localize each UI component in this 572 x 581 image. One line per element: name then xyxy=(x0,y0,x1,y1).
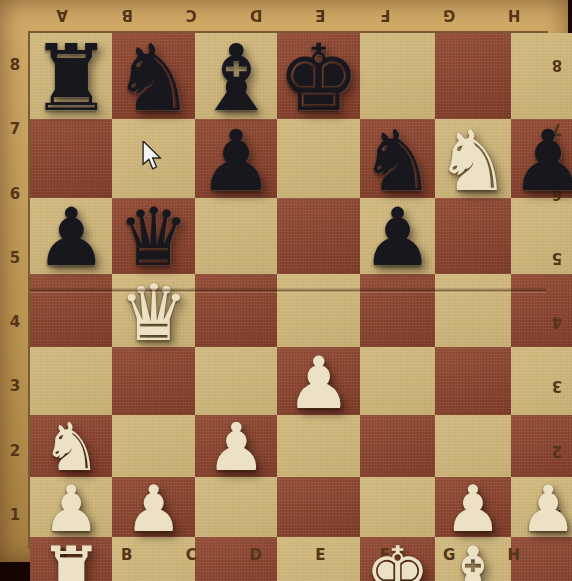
black-rook-a8: ♜ xyxy=(30,33,112,125)
white-pawn-d4: ♟ xyxy=(286,347,351,419)
rank-label-left-1: 1 xyxy=(2,483,28,547)
square-f8[interactable] xyxy=(435,33,510,119)
square-b6[interactable]: ♛ xyxy=(112,198,194,273)
rank-label-right-6: 6 xyxy=(546,162,568,226)
rank-label-left-2: 2 xyxy=(2,419,28,483)
rank-label-left-3: 3 xyxy=(2,354,28,418)
square-e8[interactable] xyxy=(360,33,435,119)
square-c4[interactable] xyxy=(195,347,277,415)
square-f6[interactable] xyxy=(435,198,510,273)
rank-label-right-2: 2 xyxy=(546,419,568,483)
white-knight-a3: ♞ xyxy=(42,415,101,481)
rank-labels-right: 87654321 xyxy=(546,33,568,547)
square-f2[interactable]: ♟ xyxy=(435,477,510,537)
file-label-top-a: A xyxy=(30,6,95,24)
file-label-bottom-e: E xyxy=(288,546,353,564)
square-d2[interactable] xyxy=(277,477,359,537)
square-d4[interactable]: ♟ xyxy=(277,347,359,415)
square-e4[interactable] xyxy=(360,347,435,415)
file-labels-bottom: ABCDEFGH xyxy=(30,546,546,564)
black-knight-e7: ♞ xyxy=(360,119,435,203)
square-d5[interactable] xyxy=(277,274,359,347)
rank-label-right-4: 4 xyxy=(546,290,568,354)
square-a3[interactable]: ♞ xyxy=(30,415,112,477)
square-a8[interactable]: ♜ xyxy=(30,33,112,119)
square-f4[interactable] xyxy=(435,347,510,415)
rank-label-left-8: 8 xyxy=(2,33,28,97)
square-e5[interactable] xyxy=(360,274,435,347)
black-queen-b6: ♛ xyxy=(118,198,190,278)
square-b7[interactable] xyxy=(112,119,194,198)
file-label-top-d: D xyxy=(224,6,289,24)
file-label-top-g: G xyxy=(417,6,482,24)
square-b2[interactable]: ♟ xyxy=(112,477,194,537)
rank-labels-left: 87654321 xyxy=(2,33,28,547)
square-d8[interactable]: ♚ xyxy=(277,33,359,119)
square-f3[interactable] xyxy=(435,415,510,477)
file-label-bottom-g: G xyxy=(417,546,482,564)
rank-label-right-7: 7 xyxy=(546,97,568,161)
square-c2[interactable] xyxy=(195,477,277,537)
file-label-bottom-c: C xyxy=(159,546,224,564)
rank-label-right-5: 5 xyxy=(546,226,568,290)
black-pawn-c7: ♟ xyxy=(199,119,274,203)
file-label-top-h: H xyxy=(482,6,547,24)
square-b3[interactable] xyxy=(112,415,194,477)
file-label-top-e: E xyxy=(288,6,353,24)
square-d6[interactable] xyxy=(277,198,359,273)
square-c8[interactable]: ♝ xyxy=(195,33,277,119)
white-knight-f7: ♞ xyxy=(435,119,510,203)
rank-label-right-8: 8 xyxy=(546,33,568,97)
white-pawn-a2: ♟ xyxy=(43,477,100,541)
rank-label-left-4: 4 xyxy=(2,290,28,354)
file-label-bottom-b: B xyxy=(95,546,160,564)
white-pawn-c3: ♟ xyxy=(207,415,266,481)
square-b8[interactable]: ♞ xyxy=(112,33,194,119)
square-b4[interactable] xyxy=(112,347,194,415)
file-label-bottom-a: A xyxy=(30,546,95,564)
white-pawn-f2: ♟ xyxy=(444,477,501,541)
rank-label-left-5: 5 xyxy=(2,226,28,290)
square-c5[interactable] xyxy=(195,274,277,347)
square-a7[interactable] xyxy=(30,119,112,198)
black-bishop-c8: ♝ xyxy=(195,33,277,125)
square-e3[interactable] xyxy=(360,415,435,477)
file-label-bottom-h: H xyxy=(482,546,547,564)
square-a5[interactable] xyxy=(30,274,112,347)
black-pawn-a6: ♟ xyxy=(35,198,107,278)
square-a2[interactable]: ♟ xyxy=(30,477,112,537)
white-pawn-b2: ♟ xyxy=(125,477,182,541)
black-pawn-e6: ♟ xyxy=(362,198,434,278)
square-e2[interactable] xyxy=(360,477,435,537)
square-c7[interactable]: ♟ xyxy=(195,119,277,198)
square-e6[interactable]: ♟ xyxy=(360,198,435,273)
rank-label-left-7: 7 xyxy=(2,97,28,161)
square-a4[interactable] xyxy=(30,347,112,415)
square-f7[interactable]: ♞ xyxy=(435,119,510,198)
square-e7[interactable]: ♞ xyxy=(360,119,435,198)
white-queen-b5: ♛ xyxy=(119,274,189,352)
square-f5[interactable] xyxy=(435,274,510,347)
file-label-top-f: F xyxy=(353,6,418,24)
file-label-bottom-d: D xyxy=(224,546,289,564)
file-labels-top: ABCDEFGH xyxy=(30,6,546,24)
rank-label-right-1: 1 xyxy=(546,483,568,547)
black-knight-b8: ♞ xyxy=(112,33,194,125)
rank-label-left-6: 6 xyxy=(2,162,28,226)
rank-label-right-3: 3 xyxy=(546,354,568,418)
square-d7[interactable] xyxy=(277,119,359,198)
square-c3[interactable]: ♟ xyxy=(195,415,277,477)
file-label-top-c: C xyxy=(159,6,224,24)
file-label-top-b: B xyxy=(95,6,160,24)
chess-board: ♜♞♝♚♜♟♞♞♟♟♟♛♟♛♟♞♟♟♟♟♟♟♜♚♝♜ xyxy=(30,33,546,547)
square-c6[interactable] xyxy=(195,198,277,273)
file-label-bottom-f: F xyxy=(353,546,418,564)
square-a6[interactable]: ♟ xyxy=(30,198,112,273)
square-b5[interactable]: ♛ xyxy=(112,274,194,347)
chess-app-window: ABCDEFGH 87654321 87654321 ABCDEFGH ♜♞♝♚… xyxy=(0,0,572,581)
black-king-d8: ♚ xyxy=(277,33,359,125)
square-d3[interactable] xyxy=(277,415,359,477)
